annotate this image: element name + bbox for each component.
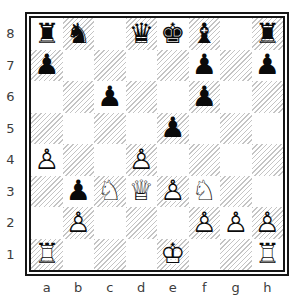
- square-f8[interactable]: ♝: [189, 18, 221, 50]
- piece-outline-layer: ♙: [189, 207, 221, 239]
- square-e2[interactable]: [157, 207, 189, 239]
- square-b4[interactable]: [63, 144, 95, 176]
- square-b3[interactable]: ♟: [63, 176, 95, 208]
- square-d3[interactable]: ♛♕: [126, 176, 158, 208]
- chess-diagram: 87654321 ♜♞♛♚♝♜♟♟♟♟♟♟♟♙♟♙♟♞♘♛♕♟♙♞♘♟♙♟♙♟♙…: [0, 0, 294, 300]
- white-pawn: ♟♙: [63, 207, 95, 239]
- square-b5[interactable]: [63, 113, 95, 145]
- black-pawn: ♟: [63, 176, 95, 208]
- square-e4[interactable]: [157, 144, 189, 176]
- square-a7[interactable]: ♟: [31, 50, 63, 82]
- white-king: ♚♔: [157, 239, 189, 271]
- piece-outline-layer: ♖: [252, 239, 284, 271]
- black-rook: ♜: [31, 18, 63, 50]
- rank-labels: 87654321: [0, 18, 21, 270]
- rank-label-5: 5: [0, 113, 21, 145]
- square-b2[interactable]: ♟♙: [63, 207, 95, 239]
- rank-label-8: 8: [0, 18, 21, 50]
- square-c1[interactable]: [94, 239, 126, 271]
- white-pawn: ♟♙: [157, 176, 189, 208]
- rank-label-1: 1: [0, 239, 21, 271]
- square-e6[interactable]: [157, 81, 189, 113]
- black-king: ♚: [157, 18, 189, 50]
- square-c7[interactable]: [94, 50, 126, 82]
- square-h7[interactable]: ♟: [252, 50, 284, 82]
- square-g7[interactable]: [220, 50, 252, 82]
- square-d7[interactable]: [126, 50, 158, 82]
- black-pawn: ♟: [252, 50, 284, 82]
- file-label-a: a: [31, 277, 63, 297]
- square-d6[interactable]: [126, 81, 158, 113]
- rank-label-7: 7: [0, 50, 21, 82]
- piece-outline-layer: ♖: [31, 239, 63, 271]
- piece-outline-layer: ♙: [220, 207, 252, 239]
- square-b1[interactable]: [63, 239, 95, 271]
- square-d2[interactable]: [126, 207, 158, 239]
- rank-label-4: 4: [0, 144, 21, 176]
- rank-label-6: 6: [0, 81, 21, 113]
- piece-outline-layer: ♙: [126, 144, 158, 176]
- white-pawn: ♟♙: [220, 207, 252, 239]
- square-c2[interactable]: [94, 207, 126, 239]
- black-pawn: ♟: [31, 50, 63, 82]
- piece-outline-layer: ♙: [252, 207, 284, 239]
- square-h6[interactable]: [252, 81, 284, 113]
- square-h4[interactable]: [252, 144, 284, 176]
- square-g5[interactable]: [220, 113, 252, 145]
- square-g3[interactable]: [220, 176, 252, 208]
- square-f4[interactable]: [189, 144, 221, 176]
- square-b8[interactable]: ♞: [63, 18, 95, 50]
- file-label-c: c: [94, 277, 126, 297]
- chess-board: ♜♞♛♚♝♜♟♟♟♟♟♟♟♙♟♙♟♞♘♛♕♟♙♞♘♟♙♟♙♟♙♟♙♜♖♚♔♜♖: [29, 16, 285, 272]
- black-bishop: ♝: [189, 18, 221, 50]
- square-c5[interactable]: [94, 113, 126, 145]
- square-e3[interactable]: ♟♙: [157, 176, 189, 208]
- square-d4[interactable]: ♟♙: [126, 144, 158, 176]
- square-c4[interactable]: [94, 144, 126, 176]
- file-labels: abcdefgh: [31, 277, 283, 297]
- square-g8[interactable]: [220, 18, 252, 50]
- square-a6[interactable]: [31, 81, 63, 113]
- file-label-d: d: [126, 277, 158, 297]
- square-f7[interactable]: ♟: [189, 50, 221, 82]
- piece-outline-layer: ♔: [157, 239, 189, 271]
- white-pawn: ♟♙: [189, 207, 221, 239]
- file-label-f: f: [189, 277, 221, 297]
- white-pawn: ♟♙: [126, 144, 158, 176]
- white-queen: ♛♕: [126, 176, 158, 208]
- white-pawn: ♟♙: [252, 207, 284, 239]
- square-d1[interactable]: [126, 239, 158, 271]
- square-d5[interactable]: [126, 113, 158, 145]
- square-a1[interactable]: ♜♖: [31, 239, 63, 271]
- file-label-b: b: [63, 277, 95, 297]
- white-pawn: ♟♙: [31, 144, 63, 176]
- square-h8[interactable]: ♜: [252, 18, 284, 50]
- square-a5[interactable]: [31, 113, 63, 145]
- square-h1[interactable]: ♜♖: [252, 239, 284, 271]
- square-f5[interactable]: [189, 113, 221, 145]
- square-c8[interactable]: [94, 18, 126, 50]
- square-c3[interactable]: ♞♘: [94, 176, 126, 208]
- square-b7[interactable]: [63, 50, 95, 82]
- square-g1[interactable]: [220, 239, 252, 271]
- square-f3[interactable]: ♞♘: [189, 176, 221, 208]
- black-pawn: ♟: [94, 81, 126, 113]
- black-knight: ♞: [63, 18, 95, 50]
- square-f2[interactable]: ♟♙: [189, 207, 221, 239]
- square-d8[interactable]: ♛: [126, 18, 158, 50]
- black-queen: ♛: [126, 18, 158, 50]
- square-e7[interactable]: [157, 50, 189, 82]
- square-g4[interactable]: [220, 144, 252, 176]
- square-e5[interactable]: ♟: [157, 113, 189, 145]
- piece-outline-layer: ♕: [126, 176, 158, 208]
- square-e1[interactable]: ♚♔: [157, 239, 189, 271]
- white-knight: ♞♘: [94, 176, 126, 208]
- rank-label-2: 2: [0, 207, 21, 239]
- black-pawn: ♟: [189, 50, 221, 82]
- square-g6[interactable]: [220, 81, 252, 113]
- black-pawn: ♟: [157, 113, 189, 145]
- file-label-g: g: [220, 277, 252, 297]
- square-a8[interactable]: ♜: [31, 18, 63, 50]
- square-a2[interactable]: [31, 207, 63, 239]
- square-f6[interactable]: ♟: [189, 81, 221, 113]
- square-a3[interactable]: [31, 176, 63, 208]
- square-c6[interactable]: ♟: [94, 81, 126, 113]
- square-a4[interactable]: ♟♙: [31, 144, 63, 176]
- square-g2[interactable]: ♟♙: [220, 207, 252, 239]
- piece-outline-layer: ♙: [31, 144, 63, 176]
- file-label-h: h: [252, 277, 284, 297]
- white-knight: ♞♘: [189, 176, 221, 208]
- piece-outline-layer: ♙: [63, 207, 95, 239]
- rank-label-3: 3: [0, 176, 21, 208]
- square-f1[interactable]: [189, 239, 221, 271]
- square-h5[interactable]: [252, 113, 284, 145]
- board-frame: ♜♞♛♚♝♜♟♟♟♟♟♟♟♙♟♙♟♞♘♛♕♟♙♞♘♟♙♟♙♟♙♟♙♜♖♚♔♜♖: [25, 12, 289, 276]
- black-rook: ♜: [252, 18, 284, 50]
- square-b6[interactable]: [63, 81, 95, 113]
- white-rook: ♜♖: [31, 239, 63, 271]
- square-h3[interactable]: [252, 176, 284, 208]
- square-e8[interactable]: ♚: [157, 18, 189, 50]
- black-pawn: ♟: [189, 81, 221, 113]
- white-rook: ♜♖: [252, 239, 284, 271]
- piece-outline-layer: ♘: [189, 176, 221, 208]
- piece-outline-layer: ♙: [157, 176, 189, 208]
- square-h2[interactable]: ♟♙: [252, 207, 284, 239]
- file-label-e: e: [157, 277, 189, 297]
- piece-outline-layer: ♘: [94, 176, 126, 208]
